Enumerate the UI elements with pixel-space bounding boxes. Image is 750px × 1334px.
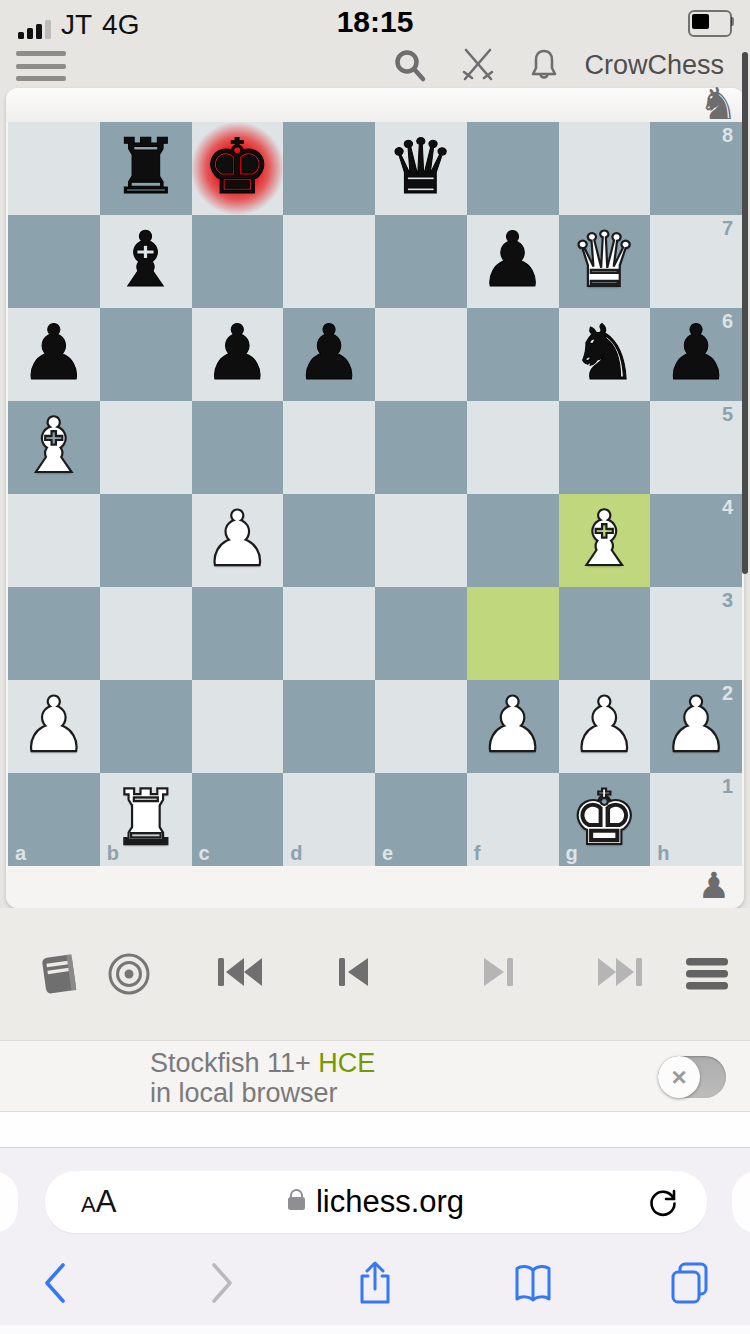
board-top-strip: ♞ <box>6 88 744 122</box>
opening-book-icon[interactable] <box>36 950 84 998</box>
piece-white-pawn[interactable]: ♟ <box>8 680 100 773</box>
coord-file-g: g <box>566 842 578 865</box>
square-c5[interactable] <box>192 401 284 494</box>
last-move-button[interactable] <box>594 950 642 998</box>
square-b6[interactable] <box>100 308 192 401</box>
coord-rank-2: 2 <box>722 682 733 705</box>
square-e1[interactable]: e <box>375 773 467 866</box>
piece-white-pawn[interactable]: ♟ <box>559 680 651 773</box>
engine-name: Stockfish 11+ <box>150 1048 311 1078</box>
piece-white-pawn[interactable]: ♟ <box>192 494 284 587</box>
engine-toggle-knob[interactable]: × <box>658 1056 700 1098</box>
iphone-screen: JT 4G 18:15 CrowChess ♞ <box>0 0 750 1334</box>
safari-chrome: AA lichess.org <box>0 1147 750 1334</box>
https-lock-icon <box>288 1197 305 1210</box>
square-a8[interactable] <box>8 122 100 215</box>
square-c2[interactable] <box>192 680 284 773</box>
page-bottom-strip <box>0 1112 750 1147</box>
coord-file-a: a <box>15 842 26 865</box>
coord-file-c: c <box>199 842 210 865</box>
engine-toggle[interactable]: × <box>658 1056 726 1098</box>
square-c6[interactable]: ♟ <box>192 308 284 401</box>
square-d5[interactable] <box>283 401 375 494</box>
menu-icon[interactable] <box>16 48 66 84</box>
square-g3[interactable] <box>559 587 651 680</box>
square-e2[interactable] <box>375 680 467 773</box>
lichess-header: CrowChess <box>0 44 750 88</box>
challenge-swords-icon[interactable] <box>458 46 498 86</box>
analysis-menu-icon[interactable] <box>683 950 731 998</box>
square-c8[interactable]: ♚ <box>192 122 284 215</box>
coord-file-d: d <box>290 842 302 865</box>
coord-rank-3: 3 <box>722 589 733 612</box>
square-d4[interactable] <box>283 494 375 587</box>
material-knight-icon: ♞ <box>699 82 738 126</box>
piece-black-pawn[interactable]: ♟ <box>467 215 559 308</box>
square-g1[interactable]: ♚g <box>559 773 651 866</box>
square-h3[interactable]: 3 <box>650 587 742 680</box>
square-f1[interactable]: f <box>467 773 559 866</box>
next-move-button[interactable] <box>478 950 526 998</box>
square-h2[interactable]: ♟2 <box>650 680 742 773</box>
url-text[interactable]: lichess.org <box>316 1184 464 1220</box>
square-e4[interactable] <box>375 494 467 587</box>
square-d1[interactable]: d <box>283 773 375 866</box>
practice-target-icon[interactable] <box>105 950 153 998</box>
square-f8[interactable] <box>467 122 559 215</box>
address-bar[interactable]: AA lichess.org <box>45 1171 707 1233</box>
square-f6[interactable] <box>467 308 559 401</box>
coord-rank-4: 4 <box>722 496 733 519</box>
forward-button[interactable] <box>196 1259 244 1307</box>
board-card: ♞ ♜♚♛8♝♟♛7♟♟♟♞♟6♝5♟♝43♟♟♟♟2a♜bcdef♚gh1 ♟ <box>6 88 744 908</box>
reload-icon[interactable] <box>645 1184 681 1220</box>
square-b2[interactable] <box>100 680 192 773</box>
piece-white-pawn[interactable]: ♟ <box>467 680 559 773</box>
previous-move-button[interactable] <box>334 950 382 998</box>
search-icon[interactable] <box>390 46 430 86</box>
square-c7[interactable] <box>192 215 284 308</box>
square-g2[interactable]: ♟ <box>559 680 651 773</box>
square-f7[interactable]: ♟ <box>467 215 559 308</box>
status-time: 18:15 <box>0 5 750 39</box>
notification-bell-icon[interactable] <box>524 46 564 86</box>
square-h5[interactable]: 5 <box>650 401 742 494</box>
square-f2[interactable]: ♟ <box>467 680 559 773</box>
square-h1[interactable]: h1 <box>650 773 742 866</box>
square-b1[interactable]: ♜b <box>100 773 192 866</box>
square-a2[interactable]: ♟ <box>8 680 100 773</box>
square-a3[interactable] <box>8 587 100 680</box>
square-g4[interactable]: ♝ <box>559 494 651 587</box>
square-d8[interactable] <box>283 122 375 215</box>
engine-row: Stockfish 11+ HCE in local browser × <box>0 1040 750 1112</box>
square-c4[interactable]: ♟ <box>192 494 284 587</box>
piece-black-pawn[interactable]: ♟ <box>192 308 284 401</box>
square-a7[interactable] <box>8 215 100 308</box>
bookmarks-icon[interactable] <box>509 1259 557 1307</box>
coord-rank-5: 5 <box>722 403 733 426</box>
coord-file-h: h <box>657 842 669 865</box>
bottom-edge-strip <box>0 1325 750 1334</box>
square-a4[interactable] <box>8 494 100 587</box>
piece-white-queen[interactable]: ♛ <box>559 215 651 308</box>
square-d7[interactable] <box>283 215 375 308</box>
coord-rank-6: 6 <box>722 310 733 333</box>
engine-label: Stockfish 11+ HCE in local browser <box>150 1048 375 1108</box>
square-b3[interactable] <box>100 587 192 680</box>
piece-white-bishop[interactable]: ♝ <box>8 401 100 494</box>
board: ♜♚♛8♝♟♛7♟♟♟♞♟6♝5♟♝43♟♟♟♟2a♜bcdef♚gh1 <box>8 122 742 866</box>
square-e5[interactable] <box>375 401 467 494</box>
board-bottom-strip: ♟ <box>6 868 744 908</box>
square-f3[interactable] <box>467 587 559 680</box>
square-d6[interactable]: ♟ <box>283 308 375 401</box>
previous-tab-edge[interactable] <box>0 1171 18 1233</box>
square-f4[interactable] <box>467 494 559 587</box>
page-scrollbar[interactable] <box>742 52 748 574</box>
piece-white-bishop[interactable]: ♝ <box>559 494 651 587</box>
square-a5[interactable]: ♝ <box>8 401 100 494</box>
coord-file-b: b <box>107 842 119 865</box>
piece-black-bishop[interactable]: ♝ <box>100 215 192 308</box>
share-icon[interactable] <box>351 1259 399 1307</box>
replay-controls <box>0 908 750 1040</box>
square-h4[interactable]: 4 <box>650 494 742 587</box>
square-d3[interactable] <box>283 587 375 680</box>
coord-rank-8: 8 <box>722 124 733 147</box>
square-e7[interactable] <box>375 215 467 308</box>
square-h7[interactable]: 7 <box>650 215 742 308</box>
username-link[interactable]: CrowChess <box>584 50 724 81</box>
engine-tag: HCE <box>318 1048 375 1078</box>
piece-black-king[interactable]: ♚ <box>192 122 284 215</box>
square-c3[interactable] <box>192 587 284 680</box>
square-b8[interactable]: ♜ <box>100 122 192 215</box>
square-e8[interactable]: ♛ <box>375 122 467 215</box>
piece-black-knight[interactable]: ♞ <box>559 308 651 401</box>
square-h8[interactable]: 8 <box>650 122 742 215</box>
coord-rank-1: 1 <box>722 775 733 798</box>
square-d2[interactable] <box>283 680 375 773</box>
square-b7[interactable]: ♝ <box>100 215 192 308</box>
coord-file-e: e <box>382 842 393 865</box>
piece-black-pawn[interactable]: ♟ <box>8 308 100 401</box>
square-e3[interactable] <box>375 587 467 680</box>
piece-black-queen[interactable]: ♛ <box>375 122 467 215</box>
back-button[interactable] <box>33 1259 81 1307</box>
status-bar: JT 4G 18:15 <box>0 0 750 44</box>
coord-file-f: f <box>474 842 481 865</box>
piece-black-rook[interactable]: ♜ <box>100 122 192 215</box>
square-b4[interactable] <box>100 494 192 587</box>
piece-black-pawn[interactable]: ♟ <box>283 308 375 401</box>
square-a6[interactable]: ♟ <box>8 308 100 401</box>
square-g8[interactable] <box>559 122 651 215</box>
square-e6[interactable] <box>375 308 467 401</box>
square-g7[interactable]: ♛ <box>559 215 651 308</box>
battery-icon <box>688 10 734 33</box>
tabs-icon[interactable] <box>666 1259 714 1307</box>
square-h6[interactable]: ♟6 <box>650 308 742 401</box>
square-g6[interactable]: ♞ <box>559 308 651 401</box>
square-g5[interactable] <box>559 401 651 494</box>
safari-toolbar <box>0 1253 750 1333</box>
next-tab-edge[interactable] <box>732 1171 750 1233</box>
square-a1[interactable]: a <box>8 773 100 866</box>
material-pawn-icon: ♟ <box>698 866 730 906</box>
engine-subtitle: in local browser <box>150 1078 375 1108</box>
first-move-button[interactable] <box>214 950 262 998</box>
square-f5[interactable] <box>467 401 559 494</box>
coord-rank-7: 7 <box>722 217 733 240</box>
square-c1[interactable]: c <box>192 773 284 866</box>
square-b5[interactable] <box>100 401 192 494</box>
